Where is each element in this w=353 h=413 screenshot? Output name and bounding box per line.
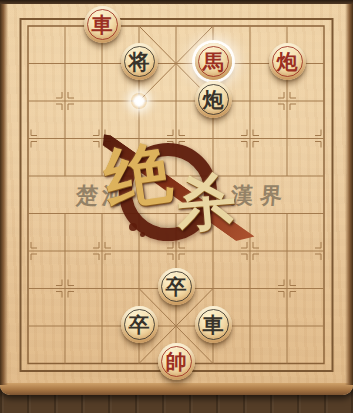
piece-label: 卒 <box>158 268 195 305</box>
last-move-origin-marker <box>131 93 147 109</box>
piece-black-general[interactable]: 将 <box>121 43 158 80</box>
piece-black-soldier[interactable]: 卒 <box>158 268 195 305</box>
piece-black-chariot[interactable]: 車 <box>195 306 232 343</box>
piece-label: 卒 <box>121 306 158 343</box>
xiangqi-app: 楚河 漢界 绝 杀 車将馬炮炮卒卒車帥 <box>0 0 353 413</box>
piece-label: 炮 <box>195 81 232 118</box>
logo-char-jue: 绝 <box>99 127 177 225</box>
piece-red-horse[interactable]: 馬 <box>195 43 232 80</box>
piece-label: 車 <box>195 306 232 343</box>
piece-label: 炮 <box>269 43 306 80</box>
piece-black-cannon[interactable]: 炮 <box>195 81 232 118</box>
piece-black-soldier[interactable]: 卒 <box>121 306 158 343</box>
piece-red-chariot[interactable]: 車 <box>84 6 121 43</box>
piece-label: 将 <box>121 43 158 80</box>
piece-red-cannon[interactable]: 炮 <box>269 43 306 80</box>
piece-red-general[interactable]: 帥 <box>158 343 195 380</box>
piece-label: 車 <box>84 6 121 43</box>
river-label-right: 漢界 <box>230 182 290 208</box>
logo-ink-dot-icon <box>140 232 145 237</box>
logo-ink-dot-icon <box>129 223 137 231</box>
piece-label: 帥 <box>158 343 195 380</box>
piece-label: 馬 <box>195 43 232 80</box>
logo-char-sha: 杀 <box>173 160 240 246</box>
